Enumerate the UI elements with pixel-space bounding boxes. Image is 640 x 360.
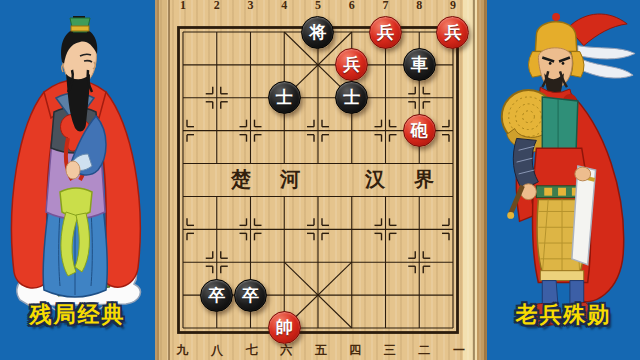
warrior-illustration: [487, 0, 640, 340]
piece-red-砲[interactable]: 砲: [403, 114, 436, 147]
right-caption: 老兵殊勋: [487, 300, 640, 330]
file-number-top: 5: [315, 0, 321, 13]
piece-black-卒[interactable]: 卒: [234, 279, 267, 312]
piece-red-帥[interactable]: 帥: [268, 311, 301, 344]
piece-red-兵[interactable]: 兵: [436, 16, 469, 49]
piece-black-士[interactable]: 士: [335, 81, 368, 114]
file-number-top: 9: [450, 0, 456, 13]
file-number-top: 7: [383, 0, 389, 13]
right-panel: 老兵殊勋: [487, 0, 640, 360]
file-number-top: 3: [248, 0, 254, 13]
file-number-top: 4: [281, 0, 287, 13]
hand: [66, 161, 80, 179]
file-number-bottom: 九: [177, 342, 189, 359]
left-panel: 残局经典: [0, 0, 155, 360]
file-number-top: 2: [214, 0, 220, 13]
file-number-top: 8: [416, 0, 422, 13]
file-number-bottom: 五: [315, 342, 327, 359]
sash: [60, 188, 92, 216]
piece-black-車[interactable]: 車: [403, 48, 436, 81]
hand: [575, 167, 591, 181]
piece-black-将[interactable]: 将: [301, 16, 334, 49]
helmet: [535, 22, 576, 52]
emperor-illustration: [0, 0, 155, 340]
file-number-bottom: 七: [246, 342, 258, 359]
file-number-top: 6: [349, 0, 355, 13]
piece-red-兵[interactable]: 兵: [369, 16, 402, 49]
file-number-top: 1: [180, 0, 186, 13]
file-number-bottom: 八: [211, 342, 223, 359]
piece-red-兵[interactable]: 兵: [335, 48, 368, 81]
piece-black-士[interactable]: 士: [268, 81, 301, 114]
file-number-bottom: 四: [349, 342, 361, 359]
ribbon: [578, 46, 635, 59]
file-number-bottom: 二: [418, 342, 430, 359]
file-number-bottom: 一: [453, 342, 465, 359]
left-caption: 残局经典: [0, 300, 155, 330]
piece-black-卒[interactable]: 卒: [200, 279, 233, 312]
scene: 残局经典 楚 河 汉 界 123456789 九八七六五四三二一 将兵兵兵車士士…: [0, 0, 640, 360]
xiangqi-board: 楚 河 汉 界 123456789 九八七六五四三二一 将兵兵兵車士士砲卒卒帥: [155, 0, 487, 360]
file-number-bottom: 三: [384, 342, 396, 359]
pieces-grid: 将兵兵兵車士士砲卒卒帥: [166, 16, 470, 345]
file-number-bottom: 六: [280, 342, 292, 359]
